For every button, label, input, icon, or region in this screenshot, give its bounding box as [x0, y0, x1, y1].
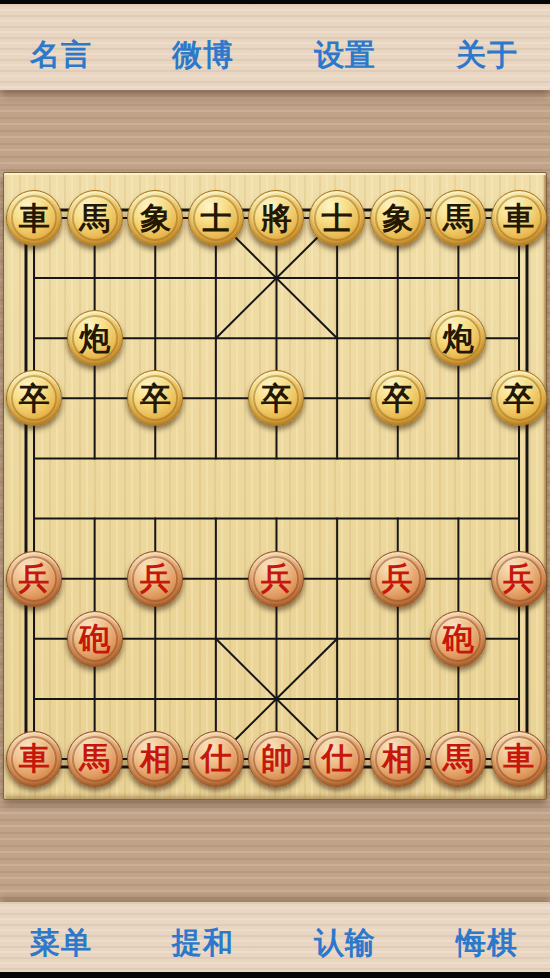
piece-red-soldier[interactable]: 兵 [370, 551, 426, 607]
board-point-r0c1: 馬 [65, 188, 126, 248]
piece-red-advisor[interactable]: 仕 [309, 731, 365, 787]
piece-red-soldier[interactable]: 兵 [127, 551, 183, 607]
board-point-r3c6: 卒 [367, 368, 428, 428]
piece-black-soldier[interactable]: 卒 [127, 370, 183, 426]
piece-red-soldier[interactable]: 兵 [248, 551, 304, 607]
piece-black-advisor[interactable]: 士 [188, 190, 244, 246]
nav-about-button[interactable]: 关于 [450, 20, 524, 90]
piece-black-soldier[interactable]: 卒 [370, 370, 426, 426]
board-point-r9c0: 車 [4, 729, 65, 789]
board-point-r3c0: 卒 [4, 368, 65, 428]
piece-black-elephant[interactable]: 象 [127, 190, 183, 246]
bottom-toolbar: 菜单 提和 认输 悔棋 [0, 902, 550, 972]
top-toolbar: 名言 微博 设置 关于 [0, 4, 550, 90]
board-point-r0c2: 象 [125, 188, 186, 248]
board-point-r0c8: 車 [488, 188, 549, 248]
board-point-r9c1: 馬 [65, 729, 126, 789]
board-point-r0c7: 馬 [428, 188, 489, 248]
board-point-r3c4: 卒 [246, 368, 307, 428]
board-point-r7c1: 砲 [65, 609, 126, 669]
board-point-r9c8: 車 [488, 729, 549, 789]
piece-black-soldier[interactable]: 卒 [491, 370, 547, 426]
board-point-r2c1: 炮 [65, 308, 126, 368]
top-edge-strip [0, 0, 550, 4]
nav-menu-button[interactable]: 菜单 [24, 914, 98, 972]
board-point-r9c5: 仕 [307, 729, 368, 789]
piece-red-general[interactable]: 帥 [248, 731, 304, 787]
board-point-r6c2: 兵 [125, 549, 186, 609]
piece-black-chariot[interactable]: 車 [6, 190, 62, 246]
piece-red-advisor[interactable]: 仕 [188, 731, 244, 787]
board-point-r0c4: 將 [246, 188, 307, 248]
board-point-r6c4: 兵 [246, 549, 307, 609]
pieces-layer: 車馬象士將士象馬車炮炮卒卒卒卒卒兵兵兵兵兵砲砲車馬相仕帥仕相馬車 [4, 188, 549, 789]
bottom-edge-strip [0, 972, 550, 978]
board-point-r9c3: 仕 [186, 729, 247, 789]
piece-red-cannon[interactable]: 砲 [430, 611, 486, 667]
board-point-r3c2: 卒 [125, 368, 186, 428]
board-point-r2c7: 炮 [428, 308, 489, 368]
piece-red-elephant[interactable]: 相 [370, 731, 426, 787]
board-point-r9c2: 相 [125, 729, 186, 789]
nav-quotes-button[interactable]: 名言 [24, 20, 98, 90]
board-point-r0c5: 士 [307, 188, 368, 248]
board-point-r9c7: 馬 [428, 729, 489, 789]
board-point-r6c8: 兵 [488, 549, 549, 609]
board-point-r9c6: 相 [367, 729, 428, 789]
piece-black-elephant[interactable]: 象 [370, 190, 426, 246]
board-point-r0c6: 象 [367, 188, 428, 248]
piece-red-chariot[interactable]: 車 [6, 731, 62, 787]
piece-black-horse[interactable]: 馬 [430, 190, 486, 246]
piece-red-chariot[interactable]: 車 [491, 731, 547, 787]
board-point-r0c0: 車 [4, 188, 65, 248]
board-point-r6c6: 兵 [367, 549, 428, 609]
nav-resign-button[interactable]: 认输 [308, 914, 382, 972]
nav-draw-button[interactable]: 提和 [166, 914, 240, 972]
piece-black-general[interactable]: 將 [248, 190, 304, 246]
piece-red-horse[interactable]: 馬 [67, 731, 123, 787]
board-point-r0c3: 士 [186, 188, 247, 248]
piece-red-soldier[interactable]: 兵 [491, 551, 547, 607]
xiangqi-board[interactable]: 車馬象士將士象馬車炮炮卒卒卒卒卒兵兵兵兵兵砲砲車馬相仕帥仕相馬車 [3, 172, 547, 800]
piece-red-horse[interactable]: 馬 [430, 731, 486, 787]
piece-red-soldier[interactable]: 兵 [6, 551, 62, 607]
piece-black-advisor[interactable]: 士 [309, 190, 365, 246]
piece-red-elephant[interactable]: 相 [127, 731, 183, 787]
board-point-r9c4: 帥 [246, 729, 307, 789]
piece-black-chariot[interactable]: 車 [491, 190, 547, 246]
board-point-r3c8: 卒 [488, 368, 549, 428]
piece-red-cannon[interactable]: 砲 [67, 611, 123, 667]
piece-black-soldier[interactable]: 卒 [248, 370, 304, 426]
piece-black-soldier[interactable]: 卒 [6, 370, 62, 426]
app-screen: 名言 微博 设置 关于 車馬象士將士象馬車炮炮卒卒卒卒卒兵兵兵兵兵砲砲車馬相仕帥… [0, 0, 550, 978]
nav-weibo-button[interactable]: 微博 [166, 20, 240, 90]
board-point-r7c7: 砲 [428, 609, 489, 669]
piece-black-cannon[interactable]: 炮 [430, 310, 486, 366]
piece-black-cannon[interactable]: 炮 [67, 310, 123, 366]
nav-undo-button[interactable]: 悔棋 [450, 914, 524, 972]
piece-black-horse[interactable]: 馬 [67, 190, 123, 246]
board-point-r6c0: 兵 [4, 549, 65, 609]
nav-settings-button[interactable]: 设置 [308, 20, 382, 90]
